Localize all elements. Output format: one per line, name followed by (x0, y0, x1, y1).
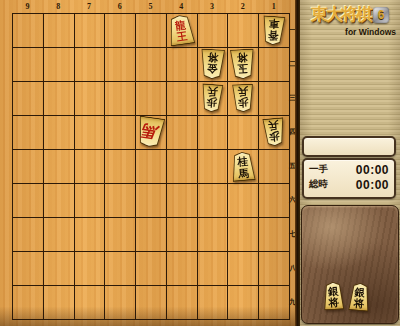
board-cell[interactable] (13, 48, 44, 82)
board-cell[interactable] (105, 252, 136, 286)
board-cell[interactable] (44, 252, 75, 286)
piece-horse-54[interactable]: 馬 (137, 117, 164, 147)
board-cell[interactable] (75, 252, 106, 286)
file-label: 2 (227, 0, 258, 13)
board-cell[interactable] (13, 286, 44, 320)
board-cell[interactable] (228, 116, 259, 150)
board-cell[interactable] (75, 218, 106, 252)
piece-silver-hand2[interactable]: 銀将 (349, 283, 370, 311)
board-cell[interactable] (167, 82, 198, 116)
board-cell[interactable] (198, 150, 229, 184)
board-cell[interactable] (44, 286, 75, 320)
piece-pawn-33[interactable]: 歩兵 (201, 84, 223, 112)
piece-kanji: 香車 (261, 16, 286, 43)
file-labels: 987654321 (12, 0, 289, 13)
piece-kanji: 桂馬 (230, 153, 256, 180)
piece-kanji: 龍王 (167, 16, 196, 45)
board-cell[interactable] (75, 184, 106, 218)
piece-kanji: 銀将 (348, 285, 371, 311)
board-cell[interactable] (198, 184, 229, 218)
board-cell[interactable] (44, 14, 75, 48)
sidebar: 東大将棋 6 for Windows 一手 00:00 総時 00:00 銀将銀… (300, 0, 400, 326)
piece-kanji: 馬 (135, 116, 165, 146)
board-cell[interactable] (228, 14, 259, 48)
piece-gold-32[interactable]: 金将 (200, 49, 225, 79)
board-cell[interactable] (13, 218, 44, 252)
board-cell[interactable] (75, 82, 106, 116)
board-cell[interactable] (259, 218, 290, 252)
shogi-app-window: 987654321 一二三四五六七八九 龍王香車金将玉将歩兵歩兵馬歩兵桂馬 東大… (0, 0, 400, 326)
app-logo: 東大将棋 6 for Windows (300, 3, 400, 37)
board-cell[interactable] (13, 252, 44, 286)
total-time-row: 総時 00:00 (304, 177, 394, 192)
board-cell[interactable] (13, 116, 44, 150)
piece-kanji: 歩兵 (262, 118, 286, 144)
board-cell[interactable] (136, 286, 167, 320)
board-cell[interactable] (136, 150, 167, 184)
board-cell[interactable] (105, 116, 136, 150)
board-cell[interactable] (259, 286, 290, 320)
board-cell[interactable] (136, 82, 167, 116)
move-time-row: 一手 00:00 (304, 162, 394, 177)
move-time-value: 00:00 (356, 163, 389, 177)
board-cell[interactable] (44, 82, 75, 116)
board-cell[interactable] (167, 184, 198, 218)
total-time-label: 総時 (309, 178, 328, 191)
piece-dragon-41[interactable]: 龍王 (168, 15, 194, 45)
board-cell[interactable] (105, 14, 136, 48)
board-cell[interactable] (136, 184, 167, 218)
board-cell[interactable] (44, 218, 75, 252)
file-label: 5 (135, 0, 166, 13)
shogi-board[interactable]: 987654321 一二三四五六七八九 龍王香車金将玉将歩兵歩兵馬歩兵桂馬 (0, 0, 295, 326)
board-cell[interactable] (75, 150, 106, 184)
board-cell[interactable] (198, 218, 229, 252)
board-cell[interactable] (259, 150, 290, 184)
piece-lance-11[interactable]: 香車 (262, 16, 285, 45)
app-title: 東大将棋 (311, 3, 371, 26)
board-cell[interactable] (167, 116, 198, 150)
board-cell[interactable] (105, 48, 136, 82)
piece-kanji: 銀将 (322, 284, 344, 309)
file-label: 4 (166, 0, 197, 13)
player-name-plate (302, 136, 396, 157)
file-label: 3 (197, 0, 228, 13)
board-cell[interactable] (136, 14, 167, 48)
board-cell[interactable] (198, 14, 229, 48)
board-cell[interactable] (105, 184, 136, 218)
piece-king-22[interactable]: 玉将 (230, 49, 255, 79)
board-cell[interactable] (198, 286, 229, 320)
piece-kanji: 歩兵 (231, 85, 254, 110)
board-cell[interactable] (13, 150, 44, 184)
board-cell[interactable] (167, 48, 198, 82)
file-label: 9 (12, 0, 43, 13)
board-cell[interactable] (105, 150, 136, 184)
piece-kanji: 歩兵 (200, 84, 224, 109)
board-cell[interactable] (75, 116, 106, 150)
board-cell[interactable] (44, 116, 75, 150)
board-cell[interactable] (105, 286, 136, 320)
board-cell[interactable] (167, 252, 198, 286)
piece-kanji: 金将 (199, 49, 225, 76)
total-time-value: 00:00 (356, 178, 389, 192)
app-subtitle: for Windows (300, 27, 400, 37)
board-cell[interactable] (167, 218, 198, 252)
board-cell[interactable] (75, 286, 106, 320)
board-cell[interactable] (13, 14, 44, 48)
board-cell[interactable] (228, 184, 259, 218)
board-cell[interactable] (259, 252, 290, 286)
board-cell[interactable] (167, 150, 198, 184)
board-cell[interactable] (136, 218, 167, 252)
board-cell[interactable] (75, 14, 106, 48)
board-cell[interactable] (105, 218, 136, 252)
version-badge: 6 (373, 7, 389, 23)
board-cell[interactable] (136, 48, 167, 82)
board-cell[interactable] (44, 150, 75, 184)
board-cell[interactable] (75, 48, 106, 82)
piece-pawn-23[interactable]: 歩兵 (232, 84, 254, 112)
board-cell[interactable] (198, 252, 229, 286)
board-cell[interactable] (167, 286, 198, 320)
piece-silver-hand1[interactable]: 銀将 (323, 282, 344, 310)
piece-kanji: 玉将 (230, 49, 256, 76)
board-cell[interactable] (259, 82, 290, 116)
board-cell[interactable] (259, 184, 290, 218)
board-cell[interactable] (13, 82, 44, 116)
board-cell[interactable] (44, 184, 75, 218)
sente-hand-tray: 銀将銀将 (301, 205, 399, 324)
board-cell[interactable] (44, 48, 75, 82)
board-cell[interactable] (259, 48, 290, 82)
file-label: 6 (104, 0, 135, 13)
board-cell[interactable] (198, 116, 229, 150)
board-cell[interactable] (228, 286, 259, 320)
board-cell[interactable] (228, 218, 259, 252)
board-cell[interactable] (13, 184, 44, 218)
file-label: 7 (74, 0, 105, 13)
piece-pawn-14[interactable]: 歩兵 (263, 118, 285, 146)
board-cell[interactable] (105, 82, 136, 116)
file-label: 1 (258, 0, 289, 13)
piece-knight-25[interactable]: 桂馬 (231, 152, 255, 181)
file-label: 8 (43, 0, 74, 13)
move-time-label: 一手 (309, 163, 328, 176)
board-cell[interactable] (136, 252, 167, 286)
board-cell[interactable] (228, 252, 259, 286)
clock-panel: 一手 00:00 総時 00:00 (302, 158, 396, 199)
